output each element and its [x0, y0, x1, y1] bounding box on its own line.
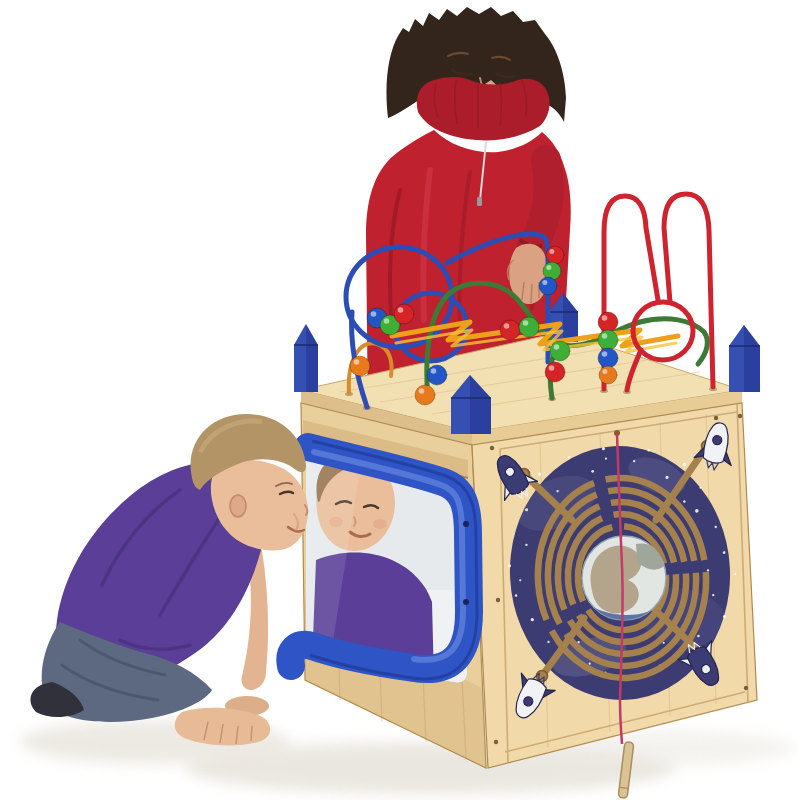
scene-canvas — [0, 0, 798, 800]
frame-screw — [463, 599, 469, 605]
bead — [598, 312, 618, 332]
bead — [550, 341, 570, 361]
bead-shine — [371, 311, 377, 317]
mirror-assembly — [290, 420, 477, 690]
bead — [545, 362, 565, 382]
bead — [427, 365, 447, 385]
bead-shine — [602, 315, 608, 321]
toddler-cheek — [373, 519, 387, 529]
bead — [546, 246, 564, 264]
bead-shine — [354, 359, 360, 365]
bead-shine — [542, 280, 547, 285]
bead — [350, 356, 370, 376]
bead-shine — [504, 323, 510, 329]
bead-shine — [398, 307, 404, 313]
bead — [519, 317, 539, 337]
zipper-pull — [477, 197, 482, 206]
scene-photo — [0, 0, 798, 800]
bead-shine — [554, 344, 560, 350]
bead — [598, 330, 618, 350]
bead-shine — [549, 249, 554, 254]
bead-shine — [549, 365, 555, 371]
bead-shine — [546, 265, 551, 270]
bead-shine — [602, 333, 608, 339]
bead — [394, 304, 414, 324]
bead-shine — [602, 369, 607, 374]
bead-shine — [431, 368, 437, 374]
frame-screw — [463, 521, 469, 527]
bead-shine — [419, 388, 425, 394]
crouching-boy-ear — [230, 495, 246, 517]
bead-shine — [523, 320, 529, 326]
bead-shine — [384, 318, 390, 324]
bead — [415, 385, 435, 405]
bead — [598, 348, 618, 368]
bead — [539, 277, 557, 295]
bead — [500, 320, 520, 340]
bead-shine — [602, 351, 608, 357]
bead — [599, 366, 617, 384]
